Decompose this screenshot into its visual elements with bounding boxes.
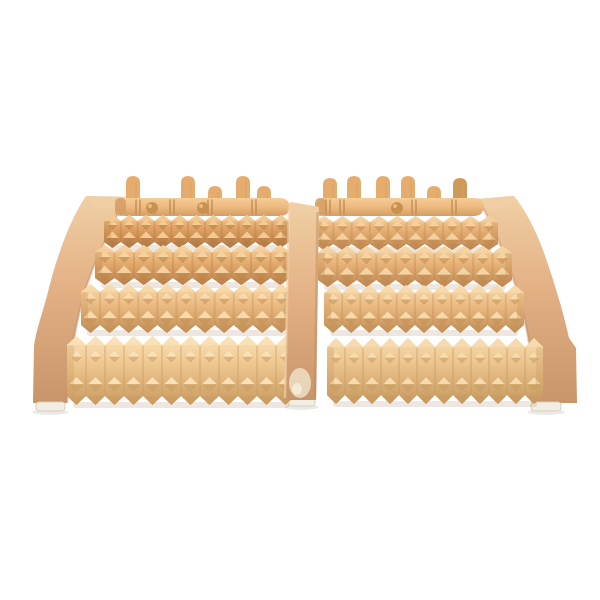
- right-roller-row4: [324, 285, 524, 336]
- product-photo: [0, 0, 600, 600]
- massage-peg: [181, 176, 195, 200]
- massage-peg: [401, 176, 415, 200]
- massage-peg: [453, 178, 467, 200]
- massage-peg: [376, 176, 390, 200]
- left-foot-pad: [33, 402, 69, 415]
- massage-peg: [257, 186, 271, 200]
- massage-peg: [126, 176, 140, 200]
- massage-peg: [323, 178, 337, 200]
- massage-peg: [236, 176, 250, 200]
- product-photo-stage: [0, 0, 600, 600]
- massage-peg: [427, 186, 441, 200]
- left-roller-row4: [81, 284, 291, 336]
- center-rail: [285, 202, 319, 400]
- massage-peg: [347, 176, 361, 200]
- massage-peg: [208, 186, 222, 200]
